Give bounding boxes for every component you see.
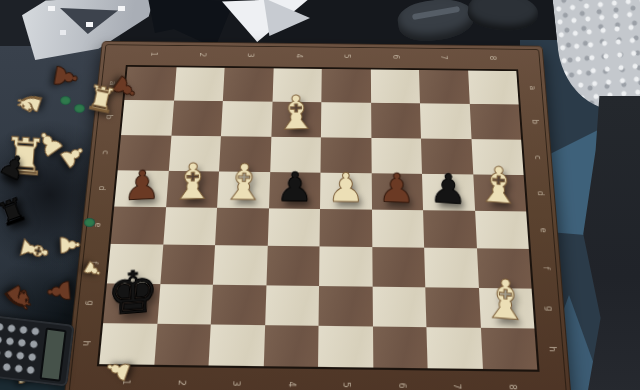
square-e1[interactable] (111, 207, 166, 245)
coordinate-label: f (89, 262, 97, 265)
square-d4[interactable]: ♟ (269, 172, 321, 209)
square-b7[interactable] (420, 104, 471, 139)
photo-scene: 12345678 12345678 abcdefgh abcdefgh ♝♟♝♝… (0, 0, 640, 390)
square-g4[interactable] (265, 285, 319, 326)
square-e2[interactable] (163, 207, 217, 245)
calculator-keypad (0, 319, 42, 378)
coordinate-label: a (528, 86, 536, 90)
square-g2[interactable] (157, 284, 213, 325)
paper-model-detail (48, 6, 55, 11)
piece-white-bishop-d2[interactable]: ♝ (169, 157, 217, 207)
coordinate-label: g (85, 300, 94, 305)
square-b8[interactable] (469, 104, 521, 139)
coordinates-bottom: 12345678 (97, 372, 540, 390)
square-e7[interactable] (423, 210, 476, 248)
coordinate-label: h (81, 340, 90, 346)
square-d6[interactable]: ♟ (371, 173, 423, 210)
calculator (0, 313, 74, 386)
square-d7[interactable]: ♟ (422, 174, 475, 211)
square-d2[interactable]: ♝ (166, 171, 219, 208)
piece-white-pawn-d5[interactable]: ♟ (327, 168, 365, 209)
coordinate-label: 8 (506, 384, 515, 390)
square-d5[interactable]: ♟ (320, 172, 372, 209)
square-b5[interactable] (321, 102, 371, 137)
square-d3[interactable]: ♝ (217, 171, 270, 208)
coordinate-label: a (108, 81, 116, 85)
piece-white-bishop-d3[interactable]: ♝ (220, 157, 268, 207)
coordinate-label: 2 (197, 52, 205, 56)
square-e4[interactable] (267, 208, 320, 246)
square-g7[interactable] (425, 287, 480, 328)
square-a5[interactable] (321, 69, 370, 103)
square-d8[interactable]: ♝ (473, 174, 526, 211)
piece-white-bishop-g8[interactable]: ♝ (481, 271, 530, 329)
coordinate-label: 4 (294, 54, 302, 58)
board-grid: ♝♟♝♝♟♟♟♟♝♚♝ (99, 67, 537, 370)
coordinate-label: 1 (120, 379, 129, 385)
piece-black-pawn-d1[interactable]: ♟ (122, 165, 161, 206)
paper-model-detail (118, 6, 125, 11)
coordinate-label: d (97, 186, 105, 191)
coordinate-label: 3 (231, 381, 240, 387)
coordinate-label: f (541, 267, 549, 270)
square-f3[interactable] (213, 245, 267, 284)
square-f6[interactable] (372, 247, 425, 287)
square-a1[interactable] (124, 67, 176, 101)
square-e8[interactable] (475, 211, 529, 249)
calculator-screen (40, 328, 67, 382)
square-h2[interactable] (154, 324, 211, 366)
board-frame: 12345678 12345678 abcdefgh abcdefgh ♝♟♝♝… (64, 41, 572, 390)
square-a2[interactable] (174, 67, 225, 101)
coordinate-label: 2 (176, 380, 185, 386)
coordinate-label: b (104, 115, 112, 120)
chessboard: 12345678 12345678 abcdefgh abcdefgh ♝♟♝♝… (64, 41, 572, 390)
square-a3[interactable] (223, 68, 273, 102)
square-g8[interactable]: ♝ (478, 287, 534, 328)
coordinate-label: 5 (341, 382, 350, 388)
square-b1[interactable] (121, 100, 173, 135)
square-b3[interactable] (221, 101, 272, 136)
square-h3[interactable] (209, 324, 265, 366)
coordinate-label: g (544, 305, 553, 310)
coordinate-label: b (530, 120, 538, 125)
square-h1[interactable] (99, 323, 157, 365)
square-b6[interactable] (371, 103, 421, 138)
coordinate-label: e (93, 223, 102, 228)
square-e5[interactable] (320, 209, 372, 247)
square-h4[interactable] (263, 325, 318, 367)
square-f5[interactable] (319, 247, 372, 286)
square-b2[interactable] (171, 101, 223, 136)
square-h8[interactable] (480, 328, 537, 370)
piece-white-bishop-d8[interactable]: ♝ (475, 159, 522, 212)
coordinate-label: h (547, 346, 556, 352)
square-f4[interactable] (266, 246, 320, 285)
coordinate-label: 3 (246, 53, 254, 57)
coordinate-label: 7 (439, 55, 447, 59)
square-h6[interactable] (372, 326, 427, 368)
coordinate-label: 1 (149, 52, 157, 56)
coordinate-label: 4 (286, 381, 295, 387)
coordinate-label: e (538, 228, 546, 233)
coordinate-label: 6 (391, 55, 399, 59)
square-d1[interactable]: ♟ (114, 170, 168, 207)
piece-black-pawn-d6[interactable]: ♟ (378, 168, 416, 210)
piece-black-king-g1[interactable]: ♚ (106, 262, 159, 324)
square-a6[interactable] (370, 69, 420, 103)
coordinates-top: 12345678 (128, 46, 516, 66)
piece-black-pawn-d7[interactable]: ♟ (429, 168, 467, 210)
paper-model-detail (86, 22, 93, 27)
coordinate-label: 6 (396, 383, 405, 389)
coordinate-label: c (101, 150, 109, 154)
square-g3[interactable] (211, 284, 266, 325)
piece-black-pawn-d4[interactable]: ♟ (275, 167, 313, 207)
square-e6[interactable] (372, 210, 425, 248)
square-f2[interactable] (160, 245, 215, 284)
square-g5[interactable] (319, 286, 373, 327)
square-b4[interactable]: ♝ (271, 102, 321, 137)
coordinate-label: 7 (451, 383, 460, 389)
paper-model-detail (60, 30, 66, 35)
square-a7[interactable] (419, 70, 469, 104)
square-h7[interactable] (426, 327, 482, 369)
coordinate-label: 5 (342, 54, 350, 58)
coordinate-label: 8 (487, 56, 495, 60)
square-g1[interactable]: ♚ (103, 283, 160, 324)
square-f7[interactable] (424, 248, 478, 288)
square-a8[interactable] (468, 71, 519, 105)
square-g6[interactable] (372, 286, 426, 327)
coordinate-label: c (533, 155, 541, 159)
square-h5[interactable] (318, 326, 373, 368)
square-e3[interactable] (215, 208, 268, 246)
coordinate-label: d (536, 191, 544, 196)
piece-white-bishop-b4[interactable]: ♝ (274, 89, 319, 137)
